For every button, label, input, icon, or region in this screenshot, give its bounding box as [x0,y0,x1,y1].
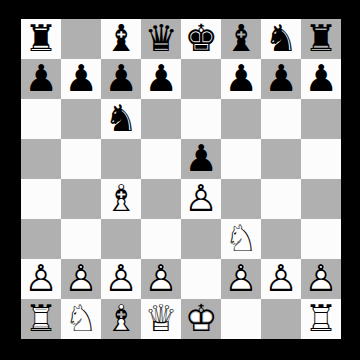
square-a5[interactable] [21,139,61,179]
square-c2[interactable]: ♟♙ [101,259,141,299]
piece-black-bishop-c8[interactable]: ♝ [101,19,141,59]
piece-outline-glyph: ♗ [101,299,141,339]
piece-white-pawn-h2[interactable]: ♟♙ [301,259,341,299]
piece-outline-glyph: ♙ [261,259,301,299]
piece-outline-glyph: ♙ [141,259,181,299]
square-h8[interactable]: ♜ [301,19,341,59]
piece-white-pawn-g2[interactable]: ♟♙ [261,259,301,299]
piece-outline-glyph: ♗ [101,179,141,219]
piece-white-queen-d1[interactable]: ♛♕ [141,299,181,339]
piece-black-pawn-b7[interactable]: ♟ [61,59,101,99]
piece-fill-glyph: ♝ [101,19,141,59]
piece-black-knight-g8[interactable]: ♞ [261,19,301,59]
piece-outline-glyph: ♙ [221,259,261,299]
piece-fill-glyph: ♟ [101,59,141,99]
piece-black-pawn-g7[interactable]: ♟ [261,59,301,99]
chess-board: ♜♝♛♚♝♞♜♟♟♟♟♟♟♟♞♟♝♗♟♙♞♘♟♙♟♙♟♙♟♙♟♙♟♙♟♙♜♖♞♘… [21,19,341,339]
piece-fill-glyph: ♚ [181,19,221,59]
piece-outline-glyph: ♙ [301,259,341,299]
square-a8[interactable]: ♜ [21,19,61,59]
square-a7[interactable]: ♟ [21,59,61,99]
square-c6[interactable]: ♞ [101,99,141,139]
square-e5[interactable]: ♟ [181,139,221,179]
piece-fill-glyph: ♜ [21,19,61,59]
square-b6[interactable] [61,99,101,139]
square-f2[interactable]: ♟♙ [221,259,261,299]
piece-white-pawn-f2[interactable]: ♟♙ [221,259,261,299]
piece-white-knight-b1[interactable]: ♞♘ [61,299,101,339]
square-g1[interactable] [261,299,301,339]
piece-black-knight-c6[interactable]: ♞ [101,99,141,139]
square-b2[interactable]: ♟♙ [61,259,101,299]
square-d6[interactable] [141,99,181,139]
square-e3[interactable] [181,219,221,259]
piece-outline-glyph: ♙ [181,179,221,219]
piece-fill-glyph: ♛ [141,19,181,59]
square-b7[interactable]: ♟ [61,59,101,99]
square-h2[interactable]: ♟♙ [301,259,341,299]
square-h7[interactable]: ♟ [301,59,341,99]
piece-white-pawn-d2[interactable]: ♟♙ [141,259,181,299]
piece-black-rook-a8[interactable]: ♜ [21,19,61,59]
square-a2[interactable]: ♟♙ [21,259,61,299]
square-d3[interactable] [141,219,181,259]
square-g6[interactable] [261,99,301,139]
square-c8[interactable]: ♝ [101,19,141,59]
piece-outline-glyph: ♘ [61,299,101,339]
piece-fill-glyph: ♟ [181,139,221,179]
square-f3[interactable]: ♞♘ [221,219,261,259]
square-c1[interactable]: ♝♗ [101,299,141,339]
square-g2[interactable]: ♟♙ [261,259,301,299]
square-e8[interactable]: ♚ [181,19,221,59]
square-d2[interactable]: ♟♙ [141,259,181,299]
piece-black-pawn-e5[interactable]: ♟ [181,139,221,179]
piece-white-pawn-c2[interactable]: ♟♙ [101,259,141,299]
square-h6[interactable] [301,99,341,139]
piece-white-rook-a1[interactable]: ♜♖ [21,299,61,339]
square-f4[interactable] [221,179,261,219]
square-d5[interactable] [141,139,181,179]
square-h4[interactable] [301,179,341,219]
square-f8[interactable]: ♝ [221,19,261,59]
square-b1[interactable]: ♞♘ [61,299,101,339]
piece-black-rook-h8[interactable]: ♜ [301,19,341,59]
square-b5[interactable] [61,139,101,179]
square-d7[interactable]: ♟ [141,59,181,99]
square-b8[interactable] [61,19,101,59]
piece-outline-glyph: ♕ [141,299,181,339]
square-e4[interactable]: ♟♙ [181,179,221,219]
piece-black-pawn-a7[interactable]: ♟ [21,59,61,99]
piece-black-pawn-h7[interactable]: ♟ [301,59,341,99]
piece-black-bishop-f8[interactable]: ♝ [221,19,261,59]
piece-fill-glyph: ♟ [221,59,261,99]
piece-white-knight-f3[interactable]: ♞♘ [221,219,261,259]
square-a3[interactable] [21,219,61,259]
piece-white-pawn-a2[interactable]: ♟♙ [21,259,61,299]
piece-fill-glyph: ♞ [101,99,141,139]
square-d1[interactable]: ♛♕ [141,299,181,339]
square-f5[interactable] [221,139,261,179]
piece-white-pawn-e4[interactable]: ♟♙ [181,179,221,219]
square-e7[interactable] [181,59,221,99]
piece-black-pawn-f7[interactable]: ♟ [221,59,261,99]
square-e2[interactable] [181,259,221,299]
square-c4[interactable]: ♝♗ [101,179,141,219]
piece-outline-glyph: ♖ [301,299,341,339]
piece-fill-glyph: ♞ [261,19,301,59]
square-f1[interactable] [221,299,261,339]
piece-white-bishop-c4[interactable]: ♝♗ [101,179,141,219]
piece-white-rook-h1[interactable]: ♜♖ [301,299,341,339]
square-f7[interactable]: ♟ [221,59,261,99]
piece-fill-glyph: ♝ [221,19,261,59]
piece-fill-glyph: ♟ [261,59,301,99]
square-h5[interactable] [301,139,341,179]
piece-white-bishop-c1[interactable]: ♝♗ [101,299,141,339]
piece-outline-glyph: ♙ [21,259,61,299]
square-f6[interactable] [221,99,261,139]
piece-outline-glyph: ♙ [101,259,141,299]
square-g5[interactable] [261,139,301,179]
square-h1[interactable]: ♜♖ [301,299,341,339]
square-e1[interactable]: ♚♔ [181,299,221,339]
chess-board-frame: ♜♝♛♚♝♞♜♟♟♟♟♟♟♟♞♟♝♗♟♙♞♘♟♙♟♙♟♙♟♙♟♙♟♙♟♙♜♖♞♘… [0,0,360,360]
square-c7[interactable]: ♟ [101,59,141,99]
piece-fill-glyph: ♟ [301,59,341,99]
piece-black-pawn-c7[interactable]: ♟ [101,59,141,99]
square-d8[interactable]: ♛ [141,19,181,59]
piece-black-pawn-d7[interactable]: ♟ [141,59,181,99]
square-g3[interactable] [261,219,301,259]
square-b3[interactable] [61,219,101,259]
square-e6[interactable] [181,99,221,139]
piece-fill-glyph: ♜ [301,19,341,59]
piece-fill-glyph: ♟ [141,59,181,99]
square-d4[interactable] [141,179,181,219]
piece-white-pawn-b2[interactable]: ♟♙ [61,259,101,299]
piece-black-queen-d8[interactable]: ♛ [141,19,181,59]
square-a4[interactable] [21,179,61,219]
piece-black-king-e8[interactable]: ♚ [181,19,221,59]
piece-outline-glyph: ♘ [221,219,261,259]
square-g8[interactable]: ♞ [261,19,301,59]
square-a1[interactable]: ♜♖ [21,299,61,339]
square-h3[interactable] [301,219,341,259]
piece-outline-glyph: ♔ [181,299,221,339]
piece-fill-glyph: ♟ [21,59,61,99]
piece-outline-glyph: ♙ [61,259,101,299]
piece-fill-glyph: ♟ [61,59,101,99]
square-c3[interactable] [101,219,141,259]
square-g7[interactable]: ♟ [261,59,301,99]
square-g4[interactable] [261,179,301,219]
piece-outline-glyph: ♖ [21,299,61,339]
square-c5[interactable] [101,139,141,179]
square-a6[interactable] [21,99,61,139]
piece-white-king-e1[interactable]: ♚♔ [181,299,221,339]
square-b4[interactable] [61,179,101,219]
